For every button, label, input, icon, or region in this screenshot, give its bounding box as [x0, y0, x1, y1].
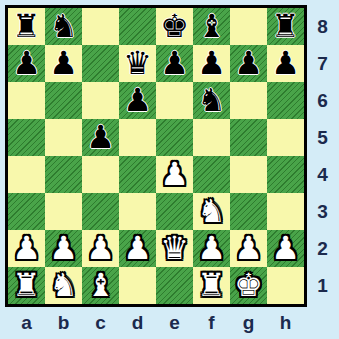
square-f2[interactable]: ♟ [193, 230, 230, 267]
square-d1[interactable] [119, 267, 156, 304]
square-a6[interactable] [8, 82, 45, 119]
square-h7[interactable]: ♟ [267, 45, 304, 82]
file-label-e: e [156, 308, 193, 337]
file-label-b: b [45, 308, 82, 337]
piece-black-pawn: ♟ [12, 47, 41, 79]
square-e2[interactable]: ♛ [156, 230, 193, 267]
square-e5[interactable] [156, 119, 193, 156]
square-f8[interactable]: ♝ [193, 8, 230, 45]
piece-white-pawn: ♟ [12, 232, 41, 264]
file-label-g: g [230, 308, 267, 337]
piece-black-pawn: ♟ [123, 84, 152, 116]
square-f4[interactable] [193, 156, 230, 193]
piece-white-pawn: ♟ [86, 232, 115, 264]
piece-white-rook: ♜ [12, 269, 41, 301]
square-a5[interactable] [8, 119, 45, 156]
square-b4[interactable] [45, 156, 82, 193]
file-label-c: c [82, 308, 119, 337]
square-d4[interactable] [119, 156, 156, 193]
square-h8[interactable]: ♜ [267, 8, 304, 45]
square-b3[interactable] [45, 193, 82, 230]
square-a2[interactable]: ♟ [8, 230, 45, 267]
square-h5[interactable] [267, 119, 304, 156]
piece-black-pawn: ♟ [86, 121, 115, 153]
square-d8[interactable] [119, 8, 156, 45]
piece-white-pawn: ♟ [197, 232, 226, 264]
rank-label-5: 5 [308, 119, 337, 156]
piece-black-pawn: ♟ [271, 47, 300, 79]
square-h4[interactable] [267, 156, 304, 193]
piece-black-king: ♚ [160, 10, 189, 42]
piece-white-bishop: ♝ [86, 269, 115, 301]
square-c3[interactable] [82, 193, 119, 230]
square-a3[interactable] [8, 193, 45, 230]
square-e3[interactable] [156, 193, 193, 230]
piece-black-pawn: ♟ [49, 47, 78, 79]
piece-black-bishop: ♝ [197, 10, 226, 42]
square-b5[interactable] [45, 119, 82, 156]
square-c1[interactable]: ♝ [82, 267, 119, 304]
square-g1[interactable]: ♚ [230, 267, 267, 304]
piece-white-knight: ♞ [197, 195, 226, 227]
piece-black-pawn: ♟ [160, 47, 189, 79]
piece-white-queen: ♛ [160, 232, 189, 264]
square-g5[interactable] [230, 119, 267, 156]
piece-white-pawn: ♟ [160, 158, 189, 190]
square-b1[interactable]: ♞ [45, 267, 82, 304]
piece-black-pawn: ♟ [234, 47, 263, 79]
square-a1[interactable]: ♜ [8, 267, 45, 304]
square-b6[interactable] [45, 82, 82, 119]
square-d6[interactable]: ♟ [119, 82, 156, 119]
square-d2[interactable]: ♟ [119, 230, 156, 267]
square-e7[interactable]: ♟ [156, 45, 193, 82]
square-a7[interactable]: ♟ [8, 45, 45, 82]
square-g4[interactable] [230, 156, 267, 193]
square-c7[interactable] [82, 45, 119, 82]
square-e8[interactable]: ♚ [156, 8, 193, 45]
square-c4[interactable] [82, 156, 119, 193]
piece-black-queen: ♛ [123, 47, 152, 79]
chess-board: ♜♞♚♝♜♟♟♛♟♟♟♟♟♞♟♟♞♟♟♟♟♛♟♟♟♜♞♝♜♚ [5, 5, 307, 307]
chess-diagram: ♜♞♚♝♜♟♟♛♟♟♟♟♟♞♟♟♞♟♟♟♟♛♟♟♟♜♞♝♜♚ a b c d e… [0, 0, 339, 339]
piece-black-rook: ♜ [271, 10, 300, 42]
piece-white-rook: ♜ [197, 269, 226, 301]
square-a8[interactable]: ♜ [8, 8, 45, 45]
square-c6[interactable] [82, 82, 119, 119]
square-c2[interactable]: ♟ [82, 230, 119, 267]
square-a4[interactable] [8, 156, 45, 193]
rank-label-7: 7 [308, 45, 337, 82]
square-d3[interactable] [119, 193, 156, 230]
square-h2[interactable]: ♟ [267, 230, 304, 267]
square-h6[interactable] [267, 82, 304, 119]
piece-white-pawn: ♟ [123, 232, 152, 264]
piece-black-pawn: ♟ [197, 47, 226, 79]
square-e4[interactable]: ♟ [156, 156, 193, 193]
square-f5[interactable] [193, 119, 230, 156]
square-h3[interactable] [267, 193, 304, 230]
square-d5[interactable] [119, 119, 156, 156]
square-g6[interactable] [230, 82, 267, 119]
square-g2[interactable]: ♟ [230, 230, 267, 267]
file-labels: a b c d e f g h [8, 308, 304, 337]
rank-labels: 8 7 6 5 4 3 2 1 [308, 8, 337, 304]
file-label-h: h [267, 308, 304, 337]
rank-label-6: 6 [308, 82, 337, 119]
square-f7[interactable]: ♟ [193, 45, 230, 82]
square-e1[interactable] [156, 267, 193, 304]
rank-label-3: 3 [308, 193, 337, 230]
rank-label-2: 2 [308, 230, 337, 267]
square-f3[interactable]: ♞ [193, 193, 230, 230]
square-b7[interactable]: ♟ [45, 45, 82, 82]
square-h1[interactable] [267, 267, 304, 304]
square-g3[interactable] [230, 193, 267, 230]
rank-label-8: 8 [308, 8, 337, 45]
square-f1[interactable]: ♜ [193, 267, 230, 304]
piece-white-pawn: ♟ [234, 232, 263, 264]
piece-white-king: ♚ [234, 269, 263, 301]
file-label-a: a [8, 308, 45, 337]
piece-white-pawn: ♟ [271, 232, 300, 264]
square-c5[interactable]: ♟ [82, 119, 119, 156]
file-label-f: f [193, 308, 230, 337]
square-c8[interactable] [82, 8, 119, 45]
piece-black-rook: ♜ [12, 10, 41, 42]
square-b8[interactable]: ♞ [45, 8, 82, 45]
square-e6[interactable] [156, 82, 193, 119]
square-d7[interactable]: ♛ [119, 45, 156, 82]
piece-white-knight: ♞ [49, 269, 78, 301]
square-f6[interactable]: ♞ [193, 82, 230, 119]
rank-label-4: 4 [308, 156, 337, 193]
rank-label-1: 1 [308, 267, 337, 304]
file-label-d: d [119, 308, 156, 337]
piece-black-knight: ♞ [49, 10, 78, 42]
piece-white-pawn: ♟ [49, 232, 78, 264]
square-g8[interactable] [230, 8, 267, 45]
piece-black-knight: ♞ [197, 84, 226, 116]
square-g7[interactable]: ♟ [230, 45, 267, 82]
square-b2[interactable]: ♟ [45, 230, 82, 267]
